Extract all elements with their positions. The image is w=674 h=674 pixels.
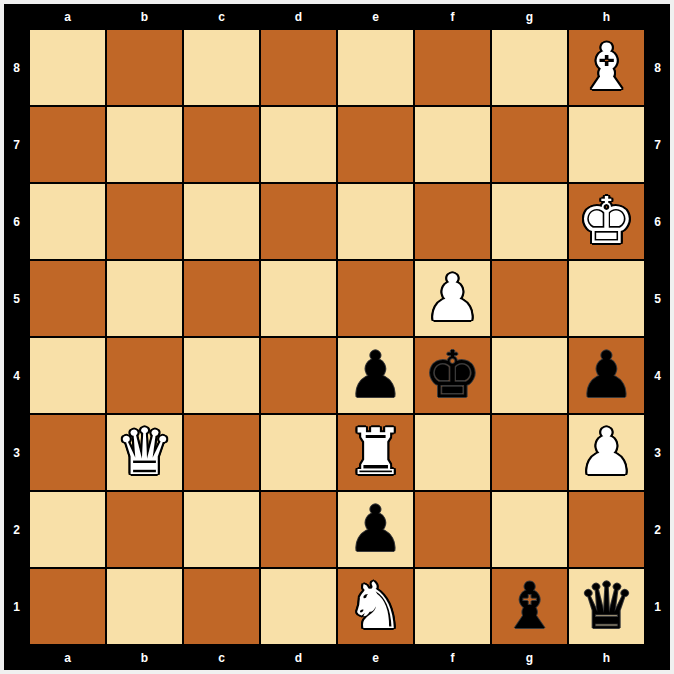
rank-label-right-4: 4 [645,337,670,414]
file-label-bottom-d: d [260,645,337,670]
file-label-top-h: h [568,4,645,29]
square-h1[interactable]: ♛ [568,568,645,645]
square-g3[interactable] [491,414,568,491]
black-pawn-h4[interactable]: ♟ [578,338,635,413]
file-labels-bottom: abcdefgh [29,645,645,670]
square-h4[interactable]: ♟ [568,337,645,414]
rank-label-left-2: 2 [4,491,29,568]
file-label-top-b: b [106,4,183,29]
square-g5[interactable] [491,260,568,337]
rank-label-left-8: 8 [4,29,29,106]
white-bishop-h8[interactable]: ♝ [578,30,635,105]
rank-labels-right: 87654321 [645,29,670,645]
rank-label-right-7: 7 [645,106,670,183]
black-pawn-e4[interactable]: ♟ [347,338,404,413]
file-label-bottom-h: h [568,645,645,670]
square-b4[interactable] [106,337,183,414]
white-rook-e3[interactable]: ♜ [347,415,404,490]
rank-label-left-4: 4 [4,337,29,414]
square-g1[interactable]: ♝ [491,568,568,645]
square-a8[interactable] [29,29,106,106]
file-label-bottom-b: b [106,645,183,670]
white-queen-b3[interactable]: ♛ [116,415,173,490]
white-pawn-f5[interactable]: ♟ [424,261,481,336]
rank-label-left-6: 6 [4,183,29,260]
square-b2[interactable] [106,491,183,568]
black-king-f4[interactable]: ♚ [424,338,481,413]
square-a5[interactable] [29,260,106,337]
square-b7[interactable] [106,106,183,183]
square-f1[interactable] [414,568,491,645]
white-pawn-h3[interactable]: ♟ [578,415,635,490]
square-c8[interactable] [183,29,260,106]
square-g2[interactable] [491,491,568,568]
rank-label-left-3: 3 [4,414,29,491]
square-a7[interactable] [29,106,106,183]
square-d7[interactable] [260,106,337,183]
square-g6[interactable] [491,183,568,260]
square-b1[interactable] [106,568,183,645]
square-b6[interactable] [106,183,183,260]
square-c2[interactable] [183,491,260,568]
file-label-bottom-g: g [491,645,568,670]
square-d4[interactable] [260,337,337,414]
rank-label-right-2: 2 [645,491,670,568]
square-a1[interactable] [29,568,106,645]
white-knight-e1[interactable]: ♞ [347,569,404,644]
rank-label-right-1: 1 [645,568,670,645]
square-a6[interactable] [29,183,106,260]
square-c3[interactable] [183,414,260,491]
square-h8[interactable]: ♝ [568,29,645,106]
rank-label-right-3: 3 [645,414,670,491]
chess-board: ♝♚♟♟♚♟♛♜♟♟♞♝♛ [29,29,645,645]
square-b3[interactable]: ♛ [106,414,183,491]
square-e4[interactable]: ♟ [337,337,414,414]
file-label-top-f: f [414,4,491,29]
file-label-bottom-a: a [29,645,106,670]
file-label-bottom-f: f [414,645,491,670]
file-label-bottom-e: e [337,645,414,670]
square-d1[interactable] [260,568,337,645]
rank-label-left-7: 7 [4,106,29,183]
square-c6[interactable] [183,183,260,260]
file-label-top-e: e [337,4,414,29]
square-c4[interactable] [183,337,260,414]
square-h2[interactable] [568,491,645,568]
square-d6[interactable] [260,183,337,260]
square-c7[interactable] [183,106,260,183]
square-f8[interactable] [414,29,491,106]
square-a4[interactable] [29,337,106,414]
square-a2[interactable] [29,491,106,568]
file-label-top-c: c [183,4,260,29]
square-d5[interactable] [260,260,337,337]
square-g7[interactable] [491,106,568,183]
square-e5[interactable] [337,260,414,337]
black-bishop-g1[interactable]: ♝ [501,569,558,644]
file-labels-top: abcdefgh [29,4,645,29]
rank-label-right-6: 6 [645,183,670,260]
square-f5[interactable]: ♟ [414,260,491,337]
square-h7[interactable] [568,106,645,183]
black-queen-h1[interactable]: ♛ [578,569,635,644]
square-f6[interactable] [414,183,491,260]
square-f3[interactable] [414,414,491,491]
square-f4[interactable]: ♚ [414,337,491,414]
file-label-top-d: d [260,4,337,29]
file-label-top-g: g [491,4,568,29]
square-a3[interactable] [29,414,106,491]
file-label-top-a: a [29,4,106,29]
square-f7[interactable] [414,106,491,183]
rank-label-left-5: 5 [4,260,29,337]
square-h3[interactable]: ♟ [568,414,645,491]
square-c1[interactable] [183,568,260,645]
square-e6[interactable] [337,183,414,260]
square-b5[interactable] [106,260,183,337]
square-e1[interactable]: ♞ [337,568,414,645]
square-h6[interactable]: ♚ [568,183,645,260]
chess-diagram: abcdefgh abcdefgh 87654321 87654321 ♝♚♟♟… [4,4,670,670]
square-f2[interactable] [414,491,491,568]
white-king-h6[interactable]: ♚ [578,184,635,259]
square-d3[interactable] [260,414,337,491]
file-label-bottom-c: c [183,645,260,670]
square-h5[interactable] [568,260,645,337]
square-d2[interactable] [260,491,337,568]
square-c5[interactable] [183,260,260,337]
square-e7[interactable] [337,106,414,183]
square-e3[interactable]: ♜ [337,414,414,491]
square-g8[interactable] [491,29,568,106]
square-d8[interactable] [260,29,337,106]
black-pawn-e2[interactable]: ♟ [347,492,404,567]
rank-labels-left: 87654321 [4,29,29,645]
rank-label-right-5: 5 [645,260,670,337]
square-g4[interactable] [491,337,568,414]
rank-label-right-8: 8 [645,29,670,106]
square-e2[interactable]: ♟ [337,491,414,568]
square-b8[interactable] [106,29,183,106]
rank-label-left-1: 1 [4,568,29,645]
square-e8[interactable] [337,29,414,106]
